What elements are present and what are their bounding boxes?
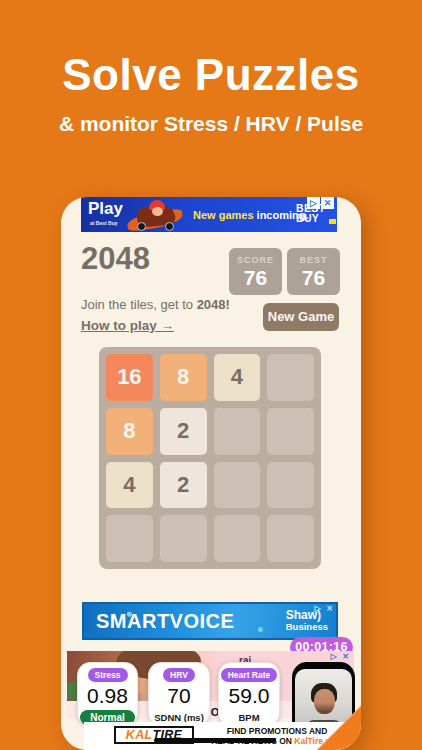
ad-close-icon[interactable]: ✕	[324, 604, 335, 614]
top-ad-tagline: New games incoming.	[193, 209, 309, 221]
hrv-label-pill: HRV	[163, 668, 195, 682]
stress-widget[interactable]: Stress 0.98 Normal	[77, 662, 138, 726]
tagline-goal: 2048!	[197, 297, 230, 312]
grid-cell-empty	[267, 354, 314, 401]
stress-label-pill: Stress	[88, 668, 128, 682]
grid-cell-empty	[160, 515, 207, 562]
grid-cell-empty	[106, 515, 153, 562]
game-title: 2048	[81, 241, 150, 277]
top-ad-play-label: Play	[88, 199, 123, 219]
heart-rate-value: 59.0	[229, 684, 270, 708]
kaltire-logo-kal: KAL	[126, 728, 153, 742]
adchoices-icon[interactable]: ▷	[307, 197, 320, 209]
tagline-prefix: Join the tiles, get to	[81, 297, 197, 312]
tile-8: 8	[106, 408, 153, 455]
game-tagline: Join the tiles, get to 2048!	[81, 297, 230, 312]
shaw-line2: Business	[286, 621, 328, 632]
face-shape	[152, 207, 163, 216]
kaltire-banner-ad[interactable]: KALTIRE FIND PROMOTIONS AND READ REVIEWS…	[84, 722, 352, 750]
smartvoice-brand: SMARTVOICE	[96, 610, 234, 633]
tile-2: 2	[160, 462, 207, 509]
app-store-screenshot: Solve Puzzles & monitor Stress / HRV / P…	[0, 0, 422, 750]
tile-2: 2	[160, 408, 207, 455]
wheel-shape	[165, 222, 174, 231]
top-ad-at-best-buy-label: at Best Buy	[90, 220, 118, 226]
tile-4: 4	[214, 354, 261, 401]
smartvoice-ad-controls: ▷ ✕	[312, 604, 335, 614]
heart-rate-label-pill: Heart Rate	[221, 668, 278, 682]
ad-close-icon[interactable]: ✕	[340, 652, 351, 662]
score-label: SCORE	[229, 255, 282, 265]
best-label: BEST	[287, 255, 340, 265]
grid-cell-empty	[267, 408, 314, 455]
grid-cell-empty	[214, 515, 261, 562]
tile-8: 8	[160, 354, 207, 401]
hero-subtitle: & monitor Stress / HRV / Pulse	[0, 112, 422, 136]
top-ad-controls: ▷ ✕	[307, 197, 334, 209]
hrv-widget[interactable]: HRV 70 SDNN (ms)	[148, 662, 210, 726]
adchoices-icon[interactable]: ▷	[328, 652, 339, 662]
stress-value: 0.98	[87, 684, 128, 708]
pink-ad-controls: ▷ ✕	[328, 652, 351, 662]
top-banner-ad[interactable]: Play at Best Buy New games incoming. BES…	[81, 197, 337, 232]
tile-16: 16	[106, 354, 153, 401]
grid-cell-empty	[267, 515, 314, 562]
tile-4: 4	[106, 462, 153, 509]
home-indicator	[154, 738, 276, 743]
smartvoice-banner-ad[interactable]: SMARTVOICE Shaw) Business ▷ ✕	[82, 602, 338, 640]
score-box: SCORE 76	[229, 248, 282, 295]
heart-rate-widget[interactable]: Heart Rate 59.0 BPM	[218, 662, 280, 726]
grid-cell-empty	[214, 408, 261, 455]
new-game-button[interactable]: New Game	[263, 303, 339, 331]
board-grid[interactable]: 16848242	[99, 347, 321, 569]
best-box: BEST 76	[287, 248, 340, 295]
adchoices-icon[interactable]: ▷	[312, 604, 323, 614]
grid-cell-empty	[214, 462, 261, 509]
best-value: 76	[287, 266, 340, 290]
how-to-play-link[interactable]: How to play →	[81, 318, 174, 333]
grid-cell-empty	[267, 462, 314, 509]
person-face	[314, 689, 335, 714]
best-buy-price-tag-icon	[329, 219, 336, 224]
kaltire-line1: FIND PROMOTIONS AND	[202, 726, 352, 736]
hrv-value: 70	[167, 684, 190, 708]
ad-close-icon[interactable]: ✕	[321, 197, 334, 209]
mario-kart-graphic	[125, 198, 187, 231]
score-value: 76	[229, 266, 282, 290]
phone-mockup: Play at Best Buy New games incoming. BES…	[61, 197, 361, 750]
wheel-shape	[137, 222, 146, 231]
hero-title: Solve Puzzles	[0, 50, 422, 100]
tagline-highlight: New games	[193, 209, 254, 221]
